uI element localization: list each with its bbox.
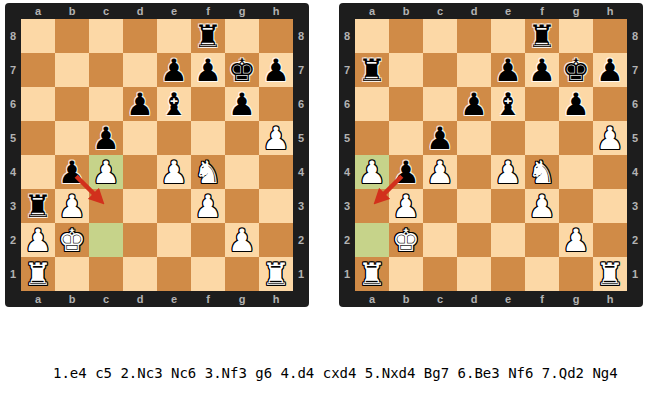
square-h7[interactable]: ♟: [259, 53, 293, 87]
square-a2[interactable]: ♟: [21, 223, 55, 257]
rank-label-left-5: 5: [5, 121, 21, 155]
rank-label-left-6: 6: [5, 87, 21, 121]
square-c1[interactable]: [89, 257, 123, 291]
file-label-bottom-d: d: [123, 291, 157, 307]
square-c5[interactable]: ♟: [89, 121, 123, 155]
square-h8[interactable]: [259, 19, 293, 53]
piece-black-bishop[interactable]: ♝: [157, 87, 191, 121]
square-d2[interactable]: [123, 223, 157, 257]
rank-label-left-6: 6: [339, 87, 355, 121]
file-label-bottom-e: e: [491, 291, 525, 307]
rank-label-left-2: 2: [339, 223, 355, 257]
piece-black-pawn[interactable]: ♟: [559, 87, 593, 121]
piece-white-pawn[interactable]: ♟: [259, 121, 293, 155]
file-label-top-d: d: [457, 3, 491, 19]
square-c2[interactable]: [89, 223, 123, 257]
square-g8[interactable]: [225, 19, 259, 53]
square-d8[interactable]: [457, 19, 491, 53]
square-d7[interactable]: [123, 53, 157, 87]
square-g7[interactable]: ♚: [225, 53, 259, 87]
rank-label-left-8: 8: [339, 19, 355, 53]
piece-black-bishop[interactable]: ♝: [491, 87, 525, 121]
square-b8[interactable]: [55, 19, 89, 53]
square-a6[interactable]: [21, 87, 55, 121]
square-h1[interactable]: ♜: [593, 257, 627, 291]
rank-label-right-3: 3: [627, 189, 643, 223]
rank-label-right-5: 5: [627, 121, 643, 155]
rank-label-left-5: 5: [339, 121, 355, 155]
piece-white-pawn[interactable]: ♟: [593, 121, 627, 155]
rank-label-right-7: 7: [627, 53, 643, 87]
square-g4[interactable]: [559, 155, 593, 189]
piece-black-pawn[interactable]: ♟: [89, 121, 123, 155]
square-b1[interactable]: [55, 257, 89, 291]
square-g7[interactable]: ♚: [559, 53, 593, 87]
square-a1[interactable]: ♜: [355, 257, 389, 291]
piece-black-pawn[interactable]: ♟: [55, 155, 89, 189]
square-e8[interactable]: [157, 19, 191, 53]
file-label-top-c: c: [423, 3, 457, 19]
square-c4[interactable]: ♟: [423, 155, 457, 189]
rank-label-left-8: 8: [5, 19, 21, 53]
square-e8[interactable]: [491, 19, 525, 53]
square-a8[interactable]: [355, 19, 389, 53]
piece-black-pawn[interactable]: ♟: [525, 53, 559, 87]
square-e3[interactable]: [491, 189, 525, 223]
square-b3[interactable]: ♟: [389, 189, 423, 223]
rank-label-right-7: 7: [293, 53, 309, 87]
square-a7[interactable]: ♜: [355, 53, 389, 87]
chessboard-left[interactable]: aabbccddeeffgghh8877665544332211♜♟♟♚♟♟♝♟…: [5, 3, 309, 307]
piece-black-pawn[interactable]: ♟: [593, 53, 627, 87]
file-label-bottom-f: f: [525, 291, 559, 307]
file-label-bottom-b: b: [389, 291, 423, 307]
square-g4[interactable]: [225, 155, 259, 189]
square-h8[interactable]: [593, 19, 627, 53]
rank-label-right-4: 4: [627, 155, 643, 189]
square-c6[interactable]: [89, 87, 123, 121]
square-f5[interactable]: [191, 121, 225, 155]
square-d4[interactable]: [457, 155, 491, 189]
rank-label-right-6: 6: [293, 87, 309, 121]
square-h4[interactable]: [259, 155, 293, 189]
file-label-bottom-c: c: [423, 291, 457, 307]
file-label-top-g: g: [559, 3, 593, 19]
file-label-bottom-e: e: [157, 291, 191, 307]
square-a5[interactable]: [355, 121, 389, 155]
square-b8[interactable]: [389, 19, 423, 53]
square-c1[interactable]: [423, 257, 457, 291]
square-g8[interactable]: [559, 19, 593, 53]
square-d4[interactable]: [123, 155, 157, 189]
square-a2[interactable]: [355, 223, 389, 257]
chessboard-right[interactable]: aabbccddeeffgghh8877665544332211♜♜♟♟♚♟♟♝…: [339, 3, 643, 307]
file-label-top-b: b: [389, 3, 423, 19]
square-d7[interactable]: [457, 53, 491, 87]
board-squares: ♜♟♟♚♟♟♝♟♟♟♟♟♟♞♜♟♟♟♚♟♜♜: [21, 19, 293, 291]
square-c7[interactable]: [423, 53, 457, 87]
square-d8[interactable]: [123, 19, 157, 53]
piece-black-pawn[interactable]: ♟: [123, 87, 157, 121]
piece-black-pawn[interactable]: ♟: [457, 87, 491, 121]
rank-label-right-2: 2: [627, 223, 643, 257]
piece-white-pawn[interactable]: ♟: [225, 223, 259, 257]
rank-label-right-2: 2: [293, 223, 309, 257]
rank-label-right-8: 8: [293, 19, 309, 53]
square-g1[interactable]: [559, 257, 593, 291]
rank-label-left-1: 1: [339, 257, 355, 291]
square-f1[interactable]: [191, 257, 225, 291]
square-a7[interactable]: [21, 53, 55, 87]
square-b1[interactable]: [389, 257, 423, 291]
square-b4[interactable]: ♟: [389, 155, 423, 189]
square-d5[interactable]: [123, 121, 157, 155]
square-f3[interactable]: ♟: [191, 189, 225, 223]
square-d1[interactable]: [457, 257, 491, 291]
square-g2[interactable]: ♟: [559, 223, 593, 257]
square-h2[interactable]: [259, 223, 293, 257]
square-h7[interactable]: ♟: [593, 53, 627, 87]
square-b4[interactable]: ♟: [55, 155, 89, 189]
piece-white-knight[interactable]: ♞: [191, 155, 225, 189]
square-c8[interactable]: [89, 19, 123, 53]
square-d6[interactable]: ♟: [123, 87, 157, 121]
square-c2[interactable]: [423, 223, 457, 257]
file-label-top-e: e: [491, 3, 525, 19]
square-f6[interactable]: [191, 87, 225, 121]
square-b5[interactable]: [55, 121, 89, 155]
square-h6[interactable]: [259, 87, 293, 121]
piece-black-pawn[interactable]: ♟: [157, 53, 191, 87]
square-c7[interactable]: [89, 53, 123, 87]
square-e3[interactable]: [157, 189, 191, 223]
square-e2[interactable]: [157, 223, 191, 257]
square-c3[interactable]: [89, 189, 123, 223]
square-b2[interactable]: ♚: [389, 223, 423, 257]
file-label-bottom-g: g: [225, 291, 259, 307]
file-label-bottom-h: h: [259, 291, 293, 307]
square-d3[interactable]: [123, 189, 157, 223]
piece-white-pawn[interactable]: ♟: [389, 189, 423, 223]
piece-black-pawn[interactable]: ♟: [191, 53, 225, 87]
square-e2[interactable]: [491, 223, 525, 257]
square-d6[interactable]: ♟: [457, 87, 491, 121]
square-a3[interactable]: ♜: [21, 189, 55, 223]
square-e4[interactable]: ♟: [157, 155, 191, 189]
piece-white-rook[interactable]: ♜: [593, 257, 627, 291]
square-c6[interactable]: [423, 87, 457, 121]
rank-label-right-8: 8: [627, 19, 643, 53]
piece-white-pawn[interactable]: ♟: [525, 189, 559, 223]
rank-label-right-1: 1: [293, 257, 309, 291]
rank-label-right-3: 3: [293, 189, 309, 223]
rank-label-right-6: 6: [627, 87, 643, 121]
rank-label-left-3: 3: [339, 189, 355, 223]
piece-black-rook[interactable]: ♜: [191, 19, 225, 53]
file-label-top-b: b: [55, 3, 89, 19]
file-label-top-a: a: [355, 3, 389, 19]
file-label-bottom-c: c: [89, 291, 123, 307]
square-g6[interactable]: ♟: [225, 87, 259, 121]
piece-white-pawn[interactable]: ♟: [89, 155, 123, 189]
square-e1[interactable]: [491, 257, 525, 291]
square-f7[interactable]: ♟: [191, 53, 225, 87]
square-e7[interactable]: ♟: [157, 53, 191, 87]
square-a4[interactable]: [21, 155, 55, 189]
square-h3[interactable]: [259, 189, 293, 223]
piece-black-pawn[interactable]: ♟: [225, 87, 259, 121]
square-a3[interactable]: [355, 189, 389, 223]
piece-black-pawn[interactable]: ♟: [423, 121, 457, 155]
square-h5[interactable]: ♟: [593, 121, 627, 155]
square-b7[interactable]: [389, 53, 423, 87]
square-h3[interactable]: [593, 189, 627, 223]
piece-white-rook[interactable]: ♜: [21, 257, 55, 291]
square-f3[interactable]: ♟: [525, 189, 559, 223]
rank-label-left-2: 2: [5, 223, 21, 257]
piece-white-pawn[interactable]: ♟: [491, 155, 525, 189]
rank-label-left-7: 7: [5, 53, 21, 87]
piece-black-pawn[interactable]: ♟: [491, 53, 525, 87]
square-d5[interactable]: [457, 121, 491, 155]
piece-white-pawn[interactable]: ♟: [55, 189, 89, 223]
square-d1[interactable]: [123, 257, 157, 291]
file-label-bottom-h: h: [593, 291, 627, 307]
piece-black-rook[interactable]: ♜: [355, 53, 389, 87]
piece-white-king[interactable]: ♚: [55, 223, 89, 257]
square-h4[interactable]: [593, 155, 627, 189]
rank-label-right-1: 1: [627, 257, 643, 291]
square-c8[interactable]: [423, 19, 457, 53]
square-e5[interactable]: [157, 121, 191, 155]
square-f4[interactable]: ♞: [525, 155, 559, 189]
piece-black-rook[interactable]: ♜: [525, 19, 559, 53]
file-label-bottom-a: a: [21, 291, 55, 307]
square-b2[interactable]: ♚: [55, 223, 89, 257]
file-label-bottom-d: d: [457, 291, 491, 307]
square-c4[interactable]: ♟: [89, 155, 123, 189]
piece-white-knight[interactable]: ♞: [525, 155, 559, 189]
piece-white-rook[interactable]: ♜: [355, 257, 389, 291]
file-label-top-f: f: [525, 3, 559, 19]
square-f2[interactable]: [191, 223, 225, 257]
square-g3[interactable]: [225, 189, 259, 223]
rank-label-left-7: 7: [339, 53, 355, 87]
square-a1[interactable]: ♜: [21, 257, 55, 291]
file-label-top-h: h: [593, 3, 627, 19]
file-label-bottom-a: a: [355, 291, 389, 307]
rank-label-left-1: 1: [5, 257, 21, 291]
file-label-top-e: e: [157, 3, 191, 19]
square-f8[interactable]: ♜: [525, 19, 559, 53]
square-f8[interactable]: ♜: [191, 19, 225, 53]
square-f7[interactable]: ♟: [525, 53, 559, 87]
square-f2[interactable]: [525, 223, 559, 257]
piece-white-pawn[interactable]: ♟: [21, 223, 55, 257]
file-label-top-g: g: [225, 3, 259, 19]
piece-black-pawn[interactable]: ♟: [389, 155, 423, 189]
square-g1[interactable]: [225, 257, 259, 291]
file-label-bottom-b: b: [55, 291, 89, 307]
piece-white-rook[interactable]: ♜: [259, 257, 293, 291]
square-g5[interactable]: [225, 121, 259, 155]
square-g6[interactable]: ♟: [559, 87, 593, 121]
square-a8[interactable]: [21, 19, 55, 53]
square-g5[interactable]: [559, 121, 593, 155]
file-label-top-f: f: [191, 3, 225, 19]
piece-white-pawn[interactable]: ♟: [157, 155, 191, 189]
piece-white-pawn[interactable]: ♟: [191, 189, 225, 223]
rank-label-left-3: 3: [5, 189, 21, 223]
file-label-top-d: d: [123, 3, 157, 19]
rank-label-right-4: 4: [293, 155, 309, 189]
square-b6[interactable]: [389, 87, 423, 121]
piece-black-rook[interactable]: ♜: [21, 189, 55, 223]
square-e7[interactable]: ♟: [491, 53, 525, 87]
square-d3[interactable]: [457, 189, 491, 223]
square-e4[interactable]: ♟: [491, 155, 525, 189]
piece-white-king[interactable]: ♚: [389, 223, 423, 257]
square-e1[interactable]: [157, 257, 191, 291]
square-f5[interactable]: [525, 121, 559, 155]
piece-black-king[interactable]: ♚: [225, 53, 259, 87]
square-b7[interactable]: [55, 53, 89, 87]
piece-white-pawn[interactable]: ♟: [423, 155, 457, 189]
piece-black-king[interactable]: ♚: [559, 53, 593, 87]
file-label-top-h: h: [259, 3, 293, 19]
square-a6[interactable]: [355, 87, 389, 121]
square-h5[interactable]: ♟: [259, 121, 293, 155]
square-c5[interactable]: ♟: [423, 121, 457, 155]
square-a4[interactable]: ♟: [355, 155, 389, 189]
square-f4[interactable]: ♞: [191, 155, 225, 189]
square-h2[interactable]: [593, 223, 627, 257]
square-b6[interactable]: [55, 87, 89, 121]
file-label-top-a: a: [21, 3, 55, 19]
square-a5[interactable]: [21, 121, 55, 155]
board-squares: ♜♜♟♟♚♟♟♝♟♟♟♟♟♟♟♞♟♟♚♟♜♜: [355, 19, 627, 291]
file-label-top-c: c: [89, 3, 123, 19]
piece-white-pawn[interactable]: ♟: [559, 223, 593, 257]
square-h1[interactable]: ♜: [259, 257, 293, 291]
square-f1[interactable]: [525, 257, 559, 291]
square-e6[interactable]: ♝: [157, 87, 191, 121]
rank-label-left-4: 4: [339, 155, 355, 189]
square-d2[interactable]: [457, 223, 491, 257]
moves-text[interactable]: 1.e4 c5 2.Nc3 Nc6 3.Nf3 g6 4.d4 cxd4 5.N…: [53, 323, 618, 418]
square-h6[interactable]: [593, 87, 627, 121]
rank-label-left-4: 4: [5, 155, 21, 189]
file-label-bottom-f: f: [191, 291, 225, 307]
square-g3[interactable]: [559, 189, 593, 223]
square-e5[interactable]: [491, 121, 525, 155]
square-e6[interactable]: ♝: [491, 87, 525, 121]
square-g2[interactable]: ♟: [225, 223, 259, 257]
rank-label-right-5: 5: [293, 121, 309, 155]
square-b5[interactable]: [389, 121, 423, 155]
file-label-bottom-g: g: [559, 291, 593, 307]
square-c3[interactable]: [423, 189, 457, 223]
moves-line-1: 1.e4 c5 2.Nc3 Nc6 3.Nf3 g6 4.d4 cxd4 5.N…: [53, 363, 618, 383]
square-f6[interactable]: [525, 87, 559, 121]
square-b3[interactable]: ♟: [55, 189, 89, 223]
piece-white-pawn[interactable]: ♟: [355, 155, 389, 189]
piece-black-pawn[interactable]: ♟: [259, 53, 293, 87]
